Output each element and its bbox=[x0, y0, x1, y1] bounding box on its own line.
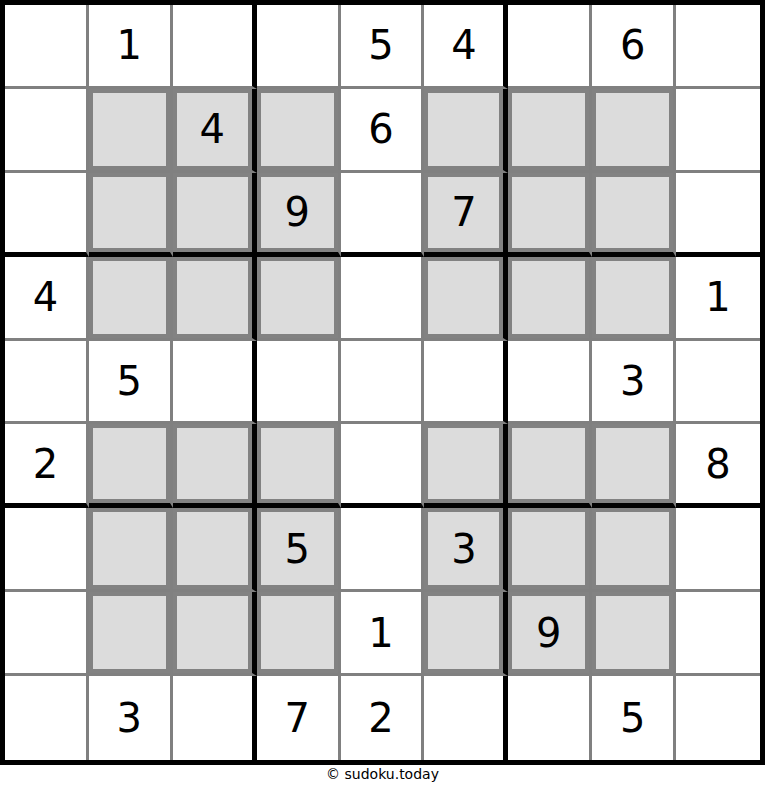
cell-r3c1[interactable] bbox=[5, 173, 89, 257]
cell-r4c5[interactable] bbox=[341, 257, 425, 341]
cell-r5c8[interactable]: 3 bbox=[592, 341, 676, 425]
cell-r9c3[interactable] bbox=[173, 676, 257, 760]
cell-r1c4[interactable] bbox=[257, 5, 341, 89]
cell-r7c1[interactable] bbox=[5, 508, 89, 592]
cell-r9c4[interactable]: 7 bbox=[257, 676, 341, 760]
cell-r5c6[interactable] bbox=[424, 341, 508, 425]
cell-r6c9[interactable]: 8 bbox=[676, 424, 760, 508]
cell-r7c6[interactable]: 3 bbox=[424, 508, 508, 592]
cell-r7c9[interactable] bbox=[676, 508, 760, 592]
cell-r9c9[interactable] bbox=[676, 676, 760, 760]
cell-r4c7[interactable] bbox=[508, 257, 592, 341]
cell-r4c4[interactable] bbox=[257, 257, 341, 341]
cell-r4c3[interactable] bbox=[173, 257, 257, 341]
cell-r2c1[interactable] bbox=[5, 89, 89, 173]
cell-r6c5[interactable] bbox=[341, 424, 425, 508]
cell-r8c2[interactable] bbox=[89, 592, 173, 676]
cell-r8c5[interactable]: 1 bbox=[341, 592, 425, 676]
cell-r3c3[interactable] bbox=[173, 173, 257, 257]
cell-r1c8[interactable]: 6 bbox=[592, 5, 676, 89]
cell-r2c4[interactable] bbox=[257, 89, 341, 173]
cell-r5c4[interactable] bbox=[257, 341, 341, 425]
cell-r6c4[interactable] bbox=[257, 424, 341, 508]
cell-r8c6[interactable] bbox=[424, 592, 508, 676]
cell-r2c9[interactable] bbox=[676, 89, 760, 173]
cell-r5c1[interactable] bbox=[5, 341, 89, 425]
cell-r8c8[interactable] bbox=[592, 592, 676, 676]
cell-r9c2[interactable]: 3 bbox=[89, 676, 173, 760]
cell-r6c7[interactable] bbox=[508, 424, 592, 508]
cell-r6c6[interactable] bbox=[424, 424, 508, 508]
sudoku-board: 1546469741532853193725 bbox=[0, 0, 765, 765]
cell-r3c8[interactable] bbox=[592, 173, 676, 257]
cell-r9c6[interactable] bbox=[424, 676, 508, 760]
cell-r1c7[interactable] bbox=[508, 5, 592, 89]
cell-r3c5[interactable] bbox=[341, 173, 425, 257]
cell-r2c3[interactable]: 4 bbox=[173, 89, 257, 173]
cell-r5c7[interactable] bbox=[508, 341, 592, 425]
cell-r1c9[interactable] bbox=[676, 5, 760, 89]
cell-r6c1[interactable]: 2 bbox=[5, 424, 89, 508]
cell-r3c2[interactable] bbox=[89, 173, 173, 257]
cell-r9c8[interactable]: 5 bbox=[592, 676, 676, 760]
cell-r7c8[interactable] bbox=[592, 508, 676, 592]
cell-r9c5[interactable]: 2 bbox=[341, 676, 425, 760]
cell-r5c3[interactable] bbox=[173, 341, 257, 425]
cell-r2c6[interactable] bbox=[424, 89, 508, 173]
cell-r6c8[interactable] bbox=[592, 424, 676, 508]
cell-r4c2[interactable] bbox=[89, 257, 173, 341]
cell-r1c2[interactable]: 1 bbox=[89, 5, 173, 89]
cell-r9c1[interactable] bbox=[5, 676, 89, 760]
cell-r8c9[interactable] bbox=[676, 592, 760, 676]
cell-r7c4[interactable]: 5 bbox=[257, 508, 341, 592]
cell-r3c9[interactable] bbox=[676, 173, 760, 257]
cell-r1c3[interactable] bbox=[173, 5, 257, 89]
cell-r8c4[interactable] bbox=[257, 592, 341, 676]
cell-r6c3[interactable] bbox=[173, 424, 257, 508]
cell-r1c1[interactable] bbox=[5, 5, 89, 89]
cell-r1c6[interactable]: 4 bbox=[424, 5, 508, 89]
cell-r1c5[interactable]: 5 bbox=[341, 5, 425, 89]
cell-r6c2[interactable] bbox=[89, 424, 173, 508]
cell-r8c3[interactable] bbox=[173, 592, 257, 676]
copyright-text: © sudoku.today bbox=[0, 765, 765, 785]
cell-r7c2[interactable] bbox=[89, 508, 173, 592]
cell-r2c5[interactable]: 6 bbox=[341, 89, 425, 173]
cell-r5c5[interactable] bbox=[341, 341, 425, 425]
cell-r4c9[interactable]: 1 bbox=[676, 257, 760, 341]
cell-r2c7[interactable] bbox=[508, 89, 592, 173]
cell-r2c8[interactable] bbox=[592, 89, 676, 173]
cell-r7c3[interactable] bbox=[173, 508, 257, 592]
cell-r8c7[interactable]: 9 bbox=[508, 592, 592, 676]
cell-r3c6[interactable]: 7 bbox=[424, 173, 508, 257]
cell-r3c4[interactable]: 9 bbox=[257, 173, 341, 257]
cell-r9c7[interactable] bbox=[508, 676, 592, 760]
cell-r4c1[interactable]: 4 bbox=[5, 257, 89, 341]
cell-r4c6[interactable] bbox=[424, 257, 508, 341]
cell-r2c2[interactable] bbox=[89, 89, 173, 173]
cell-r8c1[interactable] bbox=[5, 592, 89, 676]
sudoku-page: 1546469741532853193725 © sudoku.today bbox=[0, 0, 765, 785]
cell-r4c8[interactable] bbox=[592, 257, 676, 341]
cell-r7c5[interactable] bbox=[341, 508, 425, 592]
cell-r7c7[interactable] bbox=[508, 508, 592, 592]
cell-r5c2[interactable]: 5 bbox=[89, 341, 173, 425]
cell-r5c9[interactable] bbox=[676, 341, 760, 425]
cell-r3c7[interactable] bbox=[508, 173, 592, 257]
